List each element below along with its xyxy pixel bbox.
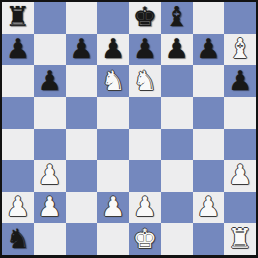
black-knight[interactable]: ♞ xyxy=(6,225,30,252)
white-rook[interactable]: ♜ xyxy=(228,225,252,252)
square-g4[interactable] xyxy=(193,129,225,161)
white-pawn[interactable]: ♟ xyxy=(228,161,252,188)
square-c8[interactable] xyxy=(66,2,98,34)
white-bishop[interactable]: ♝ xyxy=(228,35,252,62)
square-b6[interactable]: ♟ xyxy=(34,65,66,97)
square-g3[interactable] xyxy=(193,160,225,192)
square-c2[interactable] xyxy=(66,192,98,224)
square-f7[interactable]: ♟ xyxy=(161,34,193,66)
square-a6[interactable] xyxy=(2,65,34,97)
chess-diagram: ♜♚♝♟♟♟♟♟♟♝♟♞♞♟♟♟♟♟♟♟♟♞♚♜ xyxy=(0,0,258,258)
black-bishop[interactable]: ♝ xyxy=(165,3,189,30)
square-h4[interactable] xyxy=(224,129,256,161)
square-c5[interactable] xyxy=(66,97,98,129)
black-king[interactable]: ♚ xyxy=(133,3,157,30)
black-pawn[interactable]: ♟ xyxy=(133,35,157,62)
square-c7[interactable]: ♟ xyxy=(66,34,98,66)
square-e6[interactable]: ♞ xyxy=(129,65,161,97)
square-d7[interactable]: ♟ xyxy=(97,34,129,66)
square-e4[interactable] xyxy=(129,129,161,161)
black-pawn[interactable]: ♟ xyxy=(101,35,125,62)
square-a7[interactable]: ♟ xyxy=(2,34,34,66)
square-a5[interactable] xyxy=(2,97,34,129)
square-c3[interactable] xyxy=(66,160,98,192)
square-d8[interactable] xyxy=(97,2,129,34)
square-b1[interactable] xyxy=(34,223,66,255)
square-c1[interactable] xyxy=(66,223,98,255)
square-b5[interactable] xyxy=(34,97,66,129)
square-e5[interactable] xyxy=(129,97,161,129)
square-d4[interactable] xyxy=(97,129,129,161)
square-d5[interactable] xyxy=(97,97,129,129)
black-rook[interactable]: ♜ xyxy=(6,3,30,30)
square-g8[interactable] xyxy=(193,2,225,34)
square-a1[interactable]: ♞ xyxy=(2,223,34,255)
square-h2[interactable] xyxy=(224,192,256,224)
square-d3[interactable] xyxy=(97,160,129,192)
white-pawn[interactable]: ♟ xyxy=(196,193,220,220)
white-pawn[interactable]: ♟ xyxy=(133,193,157,220)
square-a2[interactable]: ♟ xyxy=(2,192,34,224)
square-e3[interactable] xyxy=(129,160,161,192)
square-e7[interactable]: ♟ xyxy=(129,34,161,66)
white-knight[interactable]: ♞ xyxy=(101,67,125,94)
white-pawn[interactable]: ♟ xyxy=(101,193,125,220)
square-g2[interactable]: ♟ xyxy=(193,192,225,224)
square-a3[interactable] xyxy=(2,160,34,192)
square-e1[interactable]: ♚ xyxy=(129,223,161,255)
black-pawn[interactable]: ♟ xyxy=(6,35,30,62)
white-pawn[interactable]: ♟ xyxy=(38,161,62,188)
black-pawn[interactable]: ♟ xyxy=(228,67,252,94)
square-f3[interactable] xyxy=(161,160,193,192)
square-h5[interactable] xyxy=(224,97,256,129)
square-h6[interactable]: ♟ xyxy=(224,65,256,97)
square-c6[interactable] xyxy=(66,65,98,97)
square-b8[interactable] xyxy=(34,2,66,34)
white-pawn[interactable]: ♟ xyxy=(6,193,30,220)
black-pawn[interactable]: ♟ xyxy=(38,67,62,94)
square-h1[interactable]: ♜ xyxy=(224,223,256,255)
square-f1[interactable] xyxy=(161,223,193,255)
square-h3[interactable]: ♟ xyxy=(224,160,256,192)
square-g7[interactable]: ♟ xyxy=(193,34,225,66)
square-g1[interactable] xyxy=(193,223,225,255)
square-a4[interactable] xyxy=(2,129,34,161)
square-b3[interactable]: ♟ xyxy=(34,160,66,192)
square-h7[interactable]: ♝ xyxy=(224,34,256,66)
square-c4[interactable] xyxy=(66,129,98,161)
square-f8[interactable]: ♝ xyxy=(161,2,193,34)
square-e8[interactable]: ♚ xyxy=(129,2,161,34)
square-g5[interactable] xyxy=(193,97,225,129)
square-d1[interactable] xyxy=(97,223,129,255)
black-pawn[interactable]: ♟ xyxy=(196,35,220,62)
white-knight[interactable]: ♞ xyxy=(133,67,157,94)
square-b7[interactable] xyxy=(34,34,66,66)
square-a8[interactable]: ♜ xyxy=(2,2,34,34)
white-pawn[interactable]: ♟ xyxy=(38,193,62,220)
square-h8[interactable] xyxy=(224,2,256,34)
square-b2[interactable]: ♟ xyxy=(34,192,66,224)
square-b4[interactable] xyxy=(34,129,66,161)
square-f2[interactable] xyxy=(161,192,193,224)
black-pawn[interactable]: ♟ xyxy=(165,35,189,62)
square-d2[interactable]: ♟ xyxy=(97,192,129,224)
square-d6[interactable]: ♞ xyxy=(97,65,129,97)
chess-board: ♜♚♝♟♟♟♟♟♟♝♟♞♞♟♟♟♟♟♟♟♟♞♚♜ xyxy=(0,0,258,258)
square-f6[interactable] xyxy=(161,65,193,97)
square-f5[interactable] xyxy=(161,97,193,129)
square-e2[interactable]: ♟ xyxy=(129,192,161,224)
white-king[interactable]: ♚ xyxy=(133,225,157,252)
square-g6[interactable] xyxy=(193,65,225,97)
black-pawn[interactable]: ♟ xyxy=(69,35,93,62)
square-f4[interactable] xyxy=(161,129,193,161)
